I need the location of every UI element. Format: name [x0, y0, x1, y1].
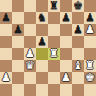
black-pawn: ♟	[13, 24, 23, 36]
square-b7[interactable]	[12, 12, 24, 24]
square-a4[interactable]	[0, 48, 12, 60]
square-a3[interactable]	[0, 60, 12, 72]
square-c1[interactable]	[24, 84, 36, 96]
square-b2[interactable]	[12, 72, 24, 84]
square-f6[interactable]	[60, 24, 72, 36]
square-b5[interactable]	[12, 36, 24, 48]
white-queen: ♛	[25, 60, 35, 72]
square-b4[interactable]	[12, 48, 24, 60]
white-pawn: ♟	[85, 24, 95, 36]
square-f5[interactable]	[60, 36, 72, 48]
square-e1[interactable]	[48, 84, 60, 96]
white-pawn: ♟	[1, 72, 11, 84]
square-b3[interactable]	[12, 60, 24, 72]
square-g4[interactable]	[72, 48, 84, 60]
square-a5[interactable]	[0, 36, 12, 48]
square-a7[interactable]: ♟	[0, 12, 12, 24]
square-g1[interactable]	[72, 84, 84, 96]
square-a2[interactable]: ♟	[0, 72, 12, 84]
square-e6[interactable]	[48, 24, 60, 36]
square-h1[interactable]	[84, 84, 96, 96]
square-c3[interactable]: ♛	[24, 60, 36, 72]
white-king: ♚	[85, 72, 95, 84]
square-e3[interactable]	[48, 60, 60, 72]
square-h6[interactable]: ♟	[84, 24, 96, 36]
square-e2[interactable]	[48, 72, 60, 84]
square-d8[interactable]	[36, 0, 48, 12]
square-e7[interactable]	[48, 12, 60, 24]
square-d3[interactable]	[36, 60, 48, 72]
white-rook: ♜	[85, 60, 95, 72]
square-a1[interactable]	[0, 84, 12, 96]
black-pawn: ♟	[1, 12, 11, 24]
square-h3[interactable]: ♜	[84, 60, 96, 72]
square-f3[interactable]	[60, 60, 72, 72]
square-c6[interactable]	[24, 24, 36, 36]
square-g6[interactable]: ♟	[72, 24, 84, 36]
chess-board: ♜♚♟♞♟♟♟♟♟♟♟♜♛♝♜♟♟♚	[0, 0, 96, 96]
square-b8[interactable]	[12, 0, 24, 12]
square-d1[interactable]	[36, 84, 48, 96]
square-c7[interactable]	[24, 12, 36, 24]
square-b1[interactable]	[12, 84, 24, 96]
white-bishop: ♝	[73, 60, 83, 72]
square-g3[interactable]: ♝	[72, 60, 84, 72]
black-pawn: ♟	[61, 12, 71, 24]
black-pawn: ♟	[85, 12, 95, 24]
square-f2[interactable]: ♟	[60, 72, 72, 84]
square-g2[interactable]	[72, 72, 84, 84]
square-d5[interactable]: ♟	[36, 36, 48, 48]
square-g8[interactable]: ♚	[72, 0, 84, 12]
square-a8[interactable]	[0, 0, 12, 12]
square-f4[interactable]	[60, 48, 72, 60]
white-pawn: ♟	[25, 48, 35, 60]
black-rook: ♜	[49, 0, 59, 12]
square-d4[interactable]	[36, 48, 48, 60]
square-e4[interactable]: ♜	[48, 48, 60, 60]
square-g7[interactable]	[72, 12, 84, 24]
square-h4[interactable]	[84, 48, 96, 60]
square-c4[interactable]: ♟	[24, 48, 36, 60]
square-e8[interactable]: ♜	[48, 0, 60, 12]
square-b6[interactable]: ♟	[12, 24, 24, 36]
white-pawn: ♟	[61, 72, 71, 84]
square-h7[interactable]: ♟	[84, 12, 96, 24]
black-king: ♚	[73, 0, 83, 12]
square-f7[interactable]: ♟	[60, 12, 72, 24]
square-e5[interactable]	[48, 36, 60, 48]
square-c8[interactable]	[24, 0, 36, 12]
square-f8[interactable]	[60, 0, 72, 12]
square-d7[interactable]: ♞	[36, 12, 48, 24]
square-d2[interactable]	[36, 72, 48, 84]
square-c2[interactable]	[24, 72, 36, 84]
square-f1[interactable]	[60, 84, 72, 96]
square-a6[interactable]	[0, 24, 12, 36]
square-d6[interactable]	[36, 24, 48, 36]
square-h2[interactable]: ♚	[84, 72, 96, 84]
square-c5[interactable]	[24, 36, 36, 48]
black-knight: ♞	[37, 12, 47, 24]
square-h8[interactable]	[84, 0, 96, 12]
white-rook: ♜	[49, 48, 59, 60]
square-g5[interactable]	[72, 36, 84, 48]
black-pawn: ♟	[73, 24, 83, 36]
square-h5[interactable]	[84, 36, 96, 48]
black-pawn: ♟	[37, 36, 47, 48]
